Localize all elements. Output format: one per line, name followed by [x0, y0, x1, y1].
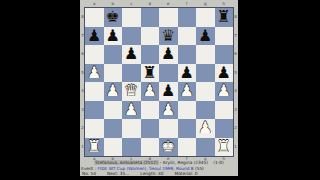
square-c5[interactable]	[122, 64, 141, 83]
square-a6[interactable]	[85, 45, 104, 64]
square-a8[interactable]	[85, 8, 104, 27]
piece-white-pawn: ♟	[180, 83, 194, 99]
square-d4[interactable]: ♟	[141, 82, 160, 101]
game-number: No. 54	[82, 171, 96, 176]
coord-label: 4	[233, 82, 238, 101]
square-a3[interactable]	[85, 101, 104, 120]
coord-label: 3	[233, 101, 238, 120]
square-f8[interactable]	[178, 8, 197, 27]
coord-label: 2	[233, 119, 238, 138]
square-g2[interactable]: ♟	[196, 119, 215, 138]
piece-black-pawn: ♟	[217, 64, 231, 80]
coord-label: d	[141, 0, 160, 8]
piece-white-queen: ♛	[124, 83, 138, 99]
piece-white-pawn: ♟	[106, 83, 120, 99]
square-f3[interactable]	[178, 101, 197, 120]
square-a1[interactable]: ♜	[85, 138, 104, 157]
square-a4[interactable]	[85, 82, 104, 101]
black-player-name: Krylic, Regina (2345)	[163, 160, 208, 165]
piece-black-pawn: ♟	[180, 64, 194, 80]
square-h1[interactable]: ♜	[215, 138, 234, 157]
coord-label: 5	[233, 64, 238, 83]
players-line: Stefanova, Antoaneta (2512) - Krylic, Re…	[80, 160, 238, 165]
coord-label: a	[85, 0, 104, 8]
square-b3[interactable]	[104, 101, 123, 120]
piece-white-rook: ♜	[87, 138, 101, 154]
square-e8[interactable]	[159, 8, 178, 27]
square-e1[interactable]: ♚	[159, 138, 178, 157]
piece-black-pawn: ♟	[198, 27, 212, 43]
square-a7[interactable]: ♟	[85, 27, 104, 46]
coord-label: 1	[233, 138, 238, 157]
piece-black-pawn: ♟	[161, 46, 175, 62]
piece-white-pawn: ♟	[217, 83, 231, 99]
coord-label: g	[196, 0, 215, 8]
square-c7[interactable]	[122, 27, 141, 46]
square-h3[interactable]	[215, 101, 234, 120]
square-g5[interactable]	[196, 64, 215, 83]
square-f5[interactable]: ♟	[178, 64, 197, 83]
square-g6[interactable]	[196, 45, 215, 64]
piece-black-king: ♚	[106, 9, 120, 25]
file-labels-top: abcdefgh	[85, 0, 233, 8]
square-f2[interactable]	[178, 119, 197, 138]
square-g4[interactable]	[196, 82, 215, 101]
square-d6[interactable]	[141, 45, 160, 64]
square-c3[interactable]: ♟	[122, 101, 141, 120]
piece-black-pawn: ♟	[161, 83, 175, 99]
coord-label: e	[159, 0, 178, 8]
square-d3[interactable]	[141, 101, 160, 120]
coord-label: f	[178, 0, 197, 8]
square-f7[interactable]	[178, 27, 197, 46]
square-b2[interactable]	[104, 119, 123, 138]
piece-white-rook: ♜	[217, 138, 231, 154]
coord-label: c	[122, 0, 141, 8]
square-b8[interactable]: ♚	[104, 8, 123, 27]
square-e2[interactable]	[159, 119, 178, 138]
square-b1[interactable]	[104, 138, 123, 157]
square-e6[interactable]: ♟	[159, 45, 178, 64]
piece-white-pawn: ♟	[198, 120, 212, 136]
board: ♚♜♟♟♛♟♟♟♟♜♟♟♟♛♟♟♟♟♟♟♟♜♚♜	[85, 8, 233, 156]
square-f1[interactable]	[178, 138, 197, 157]
square-f6[interactable]	[178, 45, 197, 64]
square-d2[interactable]	[141, 119, 160, 138]
square-b5[interactable]	[104, 64, 123, 83]
game-info-line: No. 54 Next: 35... Length: 40 Material: …	[80, 171, 240, 176]
chess-panel: abcdefgh abcdefgh 87654321 87654321 ♚♜♟♟…	[80, 0, 238, 176]
square-e5[interactable]	[159, 64, 178, 83]
square-g7[interactable]: ♟	[196, 27, 215, 46]
piece-white-king: ♚	[161, 138, 175, 154]
piece-black-rook: ♜	[217, 9, 231, 25]
square-d7[interactable]	[141, 27, 160, 46]
square-b4[interactable]: ♟	[104, 82, 123, 101]
square-c6[interactable]: ♟	[122, 45, 141, 64]
piece-black-rook: ♜	[143, 64, 157, 80]
square-d8[interactable]	[141, 8, 160, 27]
square-h4[interactable]: ♟	[215, 82, 234, 101]
square-c8[interactable]	[122, 8, 141, 27]
game-result: (1-0)	[213, 160, 223, 165]
coord-label: 8	[233, 8, 238, 27]
square-h8[interactable]: ♜	[215, 8, 234, 27]
piece-white-pawn: ♟	[143, 83, 157, 99]
square-a5[interactable]: ♟	[85, 64, 104, 83]
square-e3[interactable]: ♟	[159, 101, 178, 120]
square-d5[interactable]: ♜	[141, 64, 160, 83]
coord-label: 6	[233, 45, 238, 64]
piece-white-pawn: ♟	[161, 101, 175, 117]
game-length: Length: 40	[140, 171, 163, 176]
rank-labels-right: 87654321	[233, 8, 238, 156]
next-move: Next: 35...	[107, 171, 129, 176]
square-g3[interactable]	[196, 101, 215, 120]
square-f4[interactable]: ♟	[178, 82, 197, 101]
square-a2[interactable]	[85, 119, 104, 138]
piece-white-pawn: ♟	[124, 101, 138, 117]
square-d1[interactable]	[141, 138, 160, 157]
square-h5[interactable]: ♟	[215, 64, 234, 83]
square-e4[interactable]: ♟	[159, 82, 178, 101]
square-c2[interactable]	[122, 119, 141, 138]
square-b6[interactable]	[104, 45, 123, 64]
square-g8[interactable]	[196, 8, 215, 27]
piece-white-pawn: ♟	[87, 64, 101, 80]
players-separator: -	[160, 160, 162, 165]
square-c4[interactable]: ♛	[122, 82, 141, 101]
piece-black-pawn: ♟	[87, 27, 101, 43]
video-frame: abcdefgh abcdefgh 87654321 87654321 ♚♜♟♟…	[0, 0, 320, 180]
coord-label: 7	[233, 27, 238, 46]
material-balance: Material: 0	[174, 171, 197, 176]
white-player-name: Stefanova, Antoaneta (2512)	[94, 160, 158, 165]
square-h7[interactable]	[215, 27, 234, 46]
coord-label: h	[215, 0, 234, 8]
square-e7[interactable]: ♛	[159, 27, 178, 46]
square-g1[interactable]	[196, 138, 215, 157]
square-c1[interactable]	[122, 138, 141, 157]
piece-black-pawn: ♟	[106, 27, 120, 43]
piece-black-pawn: ♟	[124, 46, 138, 62]
square-h6[interactable]	[215, 45, 234, 64]
coord-label: b	[104, 0, 123, 8]
square-b7[interactable]: ♟	[104, 27, 123, 46]
piece-black-queen: ♛	[161, 27, 175, 43]
square-h2[interactable]	[215, 119, 234, 138]
